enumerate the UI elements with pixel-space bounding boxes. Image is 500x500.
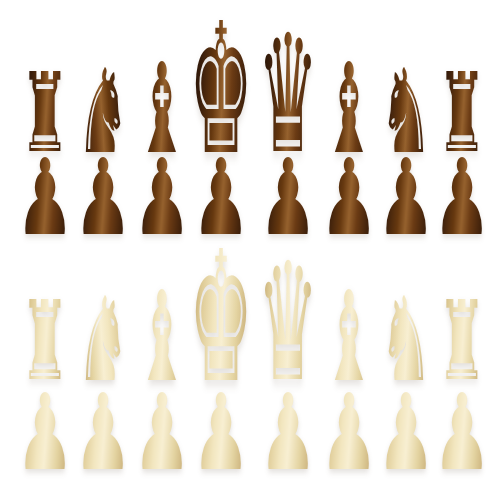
light-pawn: ♟ (258, 382, 317, 488)
dark-pawn: ♟ (319, 147, 378, 253)
dark-pawn: ♟ (376, 147, 435, 253)
light-pawn: ♟ (191, 382, 250, 488)
light-pawn: ♟ (15, 382, 74, 488)
chess-set-photo: ♜♞♝♚♛♝♞♜♟♟♟♟♟♟♟♟♜♞♝♚♛♝♞♜♟♟♟♟♟♟♟♟ (0, 0, 500, 500)
dark-pawn: ♟ (15, 147, 74, 253)
dark-pawn: ♟ (73, 147, 132, 253)
light-pawn: ♟ (132, 382, 191, 488)
light-pawn: ♟ (319, 382, 378, 488)
light-pawn: ♟ (432, 382, 491, 488)
light-pawn: ♟ (73, 382, 132, 488)
light-pawn: ♟ (376, 382, 435, 488)
dark-pawn: ♟ (432, 147, 491, 253)
dark-pawn: ♟ (132, 147, 191, 253)
